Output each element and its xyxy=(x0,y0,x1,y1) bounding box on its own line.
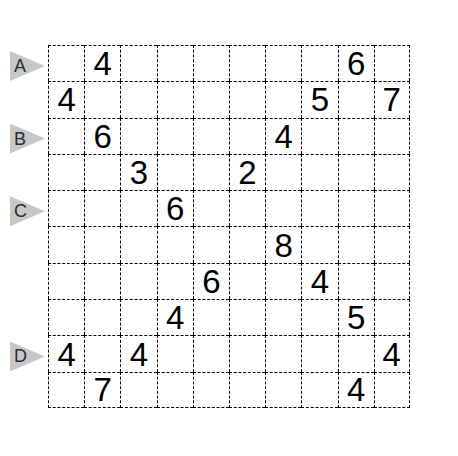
cell-r3c4[interactable] xyxy=(157,118,193,154)
cell-r2c7[interactable] xyxy=(265,81,301,117)
cell-r5c4: 6 xyxy=(157,190,193,226)
cell-r9c1: 4 xyxy=(48,335,84,371)
cell-r7c8: 4 xyxy=(301,263,337,299)
cell-r4c9[interactable] xyxy=(338,154,374,190)
cell-r5c8[interactable] xyxy=(301,190,337,226)
cell-r9c5[interactable] xyxy=(193,335,229,371)
cell-r8c10[interactable] xyxy=(374,299,410,335)
cell-r1c1[interactable] xyxy=(48,45,84,81)
cell-r8c5[interactable] xyxy=(193,299,229,335)
cell-r1c3[interactable] xyxy=(120,45,156,81)
cell-r4c1[interactable] xyxy=(48,154,84,190)
cell-r6c9[interactable] xyxy=(338,226,374,262)
cell-r3c6[interactable] xyxy=(229,118,265,154)
cell-r3c10[interactable] xyxy=(374,118,410,154)
cell-r9c2[interactable] xyxy=(84,335,120,371)
cell-r9c9[interactable] xyxy=(338,335,374,371)
cell-r8c2[interactable] xyxy=(84,299,120,335)
cell-r10c8[interactable] xyxy=(301,372,337,408)
cell-r7c5: 6 xyxy=(193,263,229,299)
puzzle-page: 46457643268644544474 ABCD xyxy=(0,0,458,456)
puzzle-board: 46457643268644544474 xyxy=(48,45,410,408)
cell-r6c1[interactable] xyxy=(48,226,84,262)
cell-r9c3: 4 xyxy=(120,335,156,371)
cell-r9c10: 4 xyxy=(374,335,410,371)
cell-r10c4[interactable] xyxy=(157,372,193,408)
cell-r8c8[interactable] xyxy=(301,299,337,335)
row-marker-c: C xyxy=(10,196,45,226)
cell-r2c6[interactable] xyxy=(229,81,265,117)
cell-r7c4[interactable] xyxy=(157,263,193,299)
row-marker-b: B xyxy=(10,124,45,154)
cell-r3c5[interactable] xyxy=(193,118,229,154)
cell-r10c9: 4 xyxy=(338,372,374,408)
cell-r8c6[interactable] xyxy=(229,299,265,335)
cell-r8c7[interactable] xyxy=(265,299,301,335)
cell-r5c6[interactable] xyxy=(229,190,265,226)
cell-r1c4[interactable] xyxy=(157,45,193,81)
cell-r7c1[interactable] xyxy=(48,263,84,299)
cell-r9c8[interactable] xyxy=(301,335,337,371)
cell-r2c3[interactable] xyxy=(120,81,156,117)
cell-r6c7: 8 xyxy=(265,226,301,262)
cell-r8c9: 5 xyxy=(338,299,374,335)
cell-r4c8[interactable] xyxy=(301,154,337,190)
cell-r10c10[interactable] xyxy=(374,372,410,408)
cell-r6c4[interactable] xyxy=(157,226,193,262)
cell-r3c3[interactable] xyxy=(120,118,156,154)
cell-r1c2: 4 xyxy=(84,45,120,81)
cell-r8c4: 4 xyxy=(157,299,193,335)
marker-label-c: C xyxy=(14,201,27,222)
cell-r4c6: 2 xyxy=(229,154,265,190)
cell-r3c8[interactable] xyxy=(301,118,337,154)
cell-r2c4[interactable] xyxy=(157,81,193,117)
cell-r7c2[interactable] xyxy=(84,263,120,299)
cell-r5c10[interactable] xyxy=(374,190,410,226)
cell-r10c6[interactable] xyxy=(229,372,265,408)
cell-r9c6[interactable] xyxy=(229,335,265,371)
cell-r1c7[interactable] xyxy=(265,45,301,81)
cell-r10c7[interactable] xyxy=(265,372,301,408)
cell-r1c5[interactable] xyxy=(193,45,229,81)
cell-r5c3[interactable] xyxy=(120,190,156,226)
cell-r7c3[interactable] xyxy=(120,263,156,299)
cell-r4c3: 3 xyxy=(120,154,156,190)
cell-r6c8[interactable] xyxy=(301,226,337,262)
cell-r5c7[interactable] xyxy=(265,190,301,226)
cell-r6c3[interactable] xyxy=(120,226,156,262)
cell-r10c2: 7 xyxy=(84,372,120,408)
cell-r7c6[interactable] xyxy=(229,263,265,299)
cell-r8c3[interactable] xyxy=(120,299,156,335)
marker-label-d: D xyxy=(14,346,27,367)
cell-r2c1: 4 xyxy=(48,81,84,117)
cell-r10c5[interactable] xyxy=(193,372,229,408)
cell-r5c2[interactable] xyxy=(84,190,120,226)
cell-r2c5[interactable] xyxy=(193,81,229,117)
cell-r4c7[interactable] xyxy=(265,154,301,190)
cell-r10c1[interactable] xyxy=(48,372,84,408)
row-marker-d: D xyxy=(10,341,45,371)
cell-r3c7: 4 xyxy=(265,118,301,154)
cell-r7c7[interactable] xyxy=(265,263,301,299)
cell-r7c9[interactable] xyxy=(338,263,374,299)
cell-r1c10[interactable] xyxy=(374,45,410,81)
cell-r7c10[interactable] xyxy=(374,263,410,299)
cell-r2c9[interactable] xyxy=(338,81,374,117)
marker-label-a: A xyxy=(14,56,26,77)
cell-r4c10[interactable] xyxy=(374,154,410,190)
cell-r4c5[interactable] xyxy=(193,154,229,190)
cell-r9c4[interactable] xyxy=(157,335,193,371)
cell-r6c10[interactable] xyxy=(374,226,410,262)
cell-r8c1[interactable] xyxy=(48,299,84,335)
cell-r2c2[interactable] xyxy=(84,81,120,117)
cell-r6c6[interactable] xyxy=(229,226,265,262)
cell-r2c10: 7 xyxy=(374,81,410,117)
cell-r4c4[interactable] xyxy=(157,154,193,190)
row-marker-a: A xyxy=(10,51,45,81)
cell-r5c5[interactable] xyxy=(193,190,229,226)
cell-r6c2[interactable] xyxy=(84,226,120,262)
cell-r1c9: 6 xyxy=(338,45,374,81)
cell-r3c9[interactable] xyxy=(338,118,374,154)
marker-label-b: B xyxy=(14,128,26,149)
cell-r5c9[interactable] xyxy=(338,190,374,226)
cell-r1c8[interactable] xyxy=(301,45,337,81)
cell-r9c7[interactable] xyxy=(265,335,301,371)
cell-r5c1[interactable] xyxy=(48,190,84,226)
cell-r3c2: 6 xyxy=(84,118,120,154)
cell-r4c2[interactable] xyxy=(84,154,120,190)
cell-r1c6[interactable] xyxy=(229,45,265,81)
cell-r2c8: 5 xyxy=(301,81,337,117)
cell-r3c1[interactable] xyxy=(48,118,84,154)
cell-r10c3[interactable] xyxy=(120,372,156,408)
cell-r6c5[interactable] xyxy=(193,226,229,262)
